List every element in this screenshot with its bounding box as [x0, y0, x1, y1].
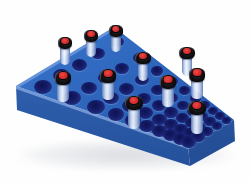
vial-glass-body	[162, 86, 173, 107]
vial-septum-red	[112, 26, 119, 32]
vial-cap-black	[188, 101, 206, 115]
vial-rack-photo	[0, 0, 250, 183]
vial-septum-red	[59, 72, 68, 79]
vial-glass-body	[191, 112, 203, 134]
vial-septum-red	[104, 70, 113, 77]
vial-cap-black	[189, 68, 205, 81]
vial-glass-body	[138, 62, 149, 81]
vial-glass-body	[191, 79, 202, 99]
vial-glass-body	[102, 80, 113, 100]
vial-glass-body	[60, 47, 70, 65]
vial-glass-body	[57, 82, 68, 102]
vial-cap-black	[160, 75, 176, 88]
vial-septum-red	[129, 97, 138, 104]
vial-septum-red	[183, 48, 191, 54]
vial-septum-red	[192, 102, 201, 109]
vial-cap-black	[179, 47, 194, 59]
vial-glass-body	[111, 35, 121, 53]
vial-cap-black	[100, 69, 116, 82]
vial-cap-black	[84, 30, 98, 42]
vial-cap-black	[55, 71, 71, 84]
vial-cap-black	[58, 37, 73, 49]
vial-glass-body	[128, 107, 140, 129]
vial-cap-black	[109, 25, 123, 36]
vial-septum-red	[164, 76, 173, 83]
vial-septum-red	[139, 53, 147, 59]
vial-cap-black	[135, 52, 150, 64]
vial-septum-red	[61, 38, 69, 44]
vial-cap-black	[125, 96, 142, 110]
vial-septum-red	[193, 69, 202, 76]
vial-septum-red	[87, 31, 95, 37]
vials-layer	[0, 0, 250, 183]
vial-glass-body	[86, 40, 96, 58]
